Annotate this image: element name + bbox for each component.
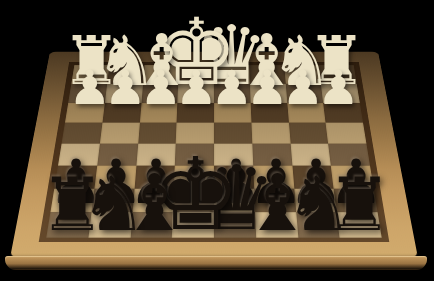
square-g3: [102, 103, 141, 123]
square-e3: [177, 103, 214, 123]
board-inner-border: [39, 62, 390, 242]
square-a6: [331, 165, 374, 188]
square-g2: [105, 84, 143, 103]
square-e2: [178, 84, 214, 103]
square-d8: [214, 212, 256, 237]
chessboard-photo-scene: ♜♞♝♛♚♝♞♜♟♟♟♟♟♟♟♟♟♟♟♟♟♟♟♟♜♞♝♛♚♝♞♜: [0, 0, 434, 281]
board-front-edge: [5, 256, 427, 270]
square-b2: [285, 84, 323, 103]
square-b6: [292, 165, 334, 188]
square-c4: [251, 123, 290, 144]
square-a3: [323, 103, 363, 123]
chess-board-frame: [10, 52, 418, 258]
square-b4: [289, 123, 329, 144]
square-d1: [214, 65, 250, 83]
square-d7: [214, 188, 255, 212]
square-b3: [287, 103, 326, 123]
square-f8: [130, 212, 173, 237]
square-c1: [249, 65, 285, 83]
square-b8: [296, 212, 340, 237]
square-f5: [136, 144, 176, 166]
board-perspective: [10, 52, 418, 258]
square-a5: [328, 144, 370, 166]
square-f2: [141, 84, 178, 103]
square-a7: [334, 188, 378, 212]
square-a2: [321, 84, 360, 103]
square-h1: [71, 65, 109, 83]
square-b7: [294, 188, 337, 212]
square-h4: [62, 123, 103, 144]
board-squares: [46, 65, 381, 237]
square-c2: [250, 84, 287, 103]
square-g1: [107, 65, 144, 83]
square-g6: [94, 165, 136, 188]
square-b5: [290, 144, 331, 166]
square-d2: [214, 84, 250, 103]
square-f4: [138, 123, 177, 144]
square-f7: [132, 188, 174, 212]
square-h5: [58, 144, 100, 166]
square-c8: [255, 212, 298, 237]
square-d3: [214, 103, 251, 123]
square-h3: [65, 103, 105, 123]
square-h8: [46, 212, 91, 237]
square-e6: [174, 165, 214, 188]
square-h2: [68, 84, 107, 103]
square-e1: [178, 65, 214, 83]
square-c5: [252, 144, 292, 166]
square-d6: [214, 165, 254, 188]
square-e4: [176, 123, 214, 144]
square-a4: [326, 123, 367, 144]
square-a1: [319, 65, 357, 83]
square-e5: [175, 144, 214, 166]
square-g5: [97, 144, 138, 166]
square-g8: [88, 212, 132, 237]
square-e7: [173, 188, 214, 212]
square-h7: [50, 188, 94, 212]
square-f6: [134, 165, 175, 188]
square-d5: [214, 144, 253, 166]
square-g4: [100, 123, 140, 144]
square-f1: [143, 65, 179, 83]
square-b1: [284, 65, 321, 83]
square-g7: [91, 188, 134, 212]
square-c3: [250, 103, 288, 123]
square-c6: [253, 165, 294, 188]
square-a8: [337, 212, 382, 237]
square-f3: [139, 103, 177, 123]
square-c7: [254, 188, 296, 212]
square-d4: [214, 123, 252, 144]
square-e8: [172, 212, 214, 237]
square-h6: [54, 165, 97, 188]
